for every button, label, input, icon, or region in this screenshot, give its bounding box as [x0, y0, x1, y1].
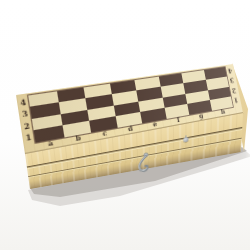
rank-label: 1 — [231, 95, 242, 106]
rank-label: 1 — [22, 130, 36, 144]
clasp-hook-icon — [130, 150, 155, 178]
photo-scene: 4321 4321 abcdefgh — [0, 0, 250, 250]
clasp-eye-icon — [183, 137, 188, 142]
